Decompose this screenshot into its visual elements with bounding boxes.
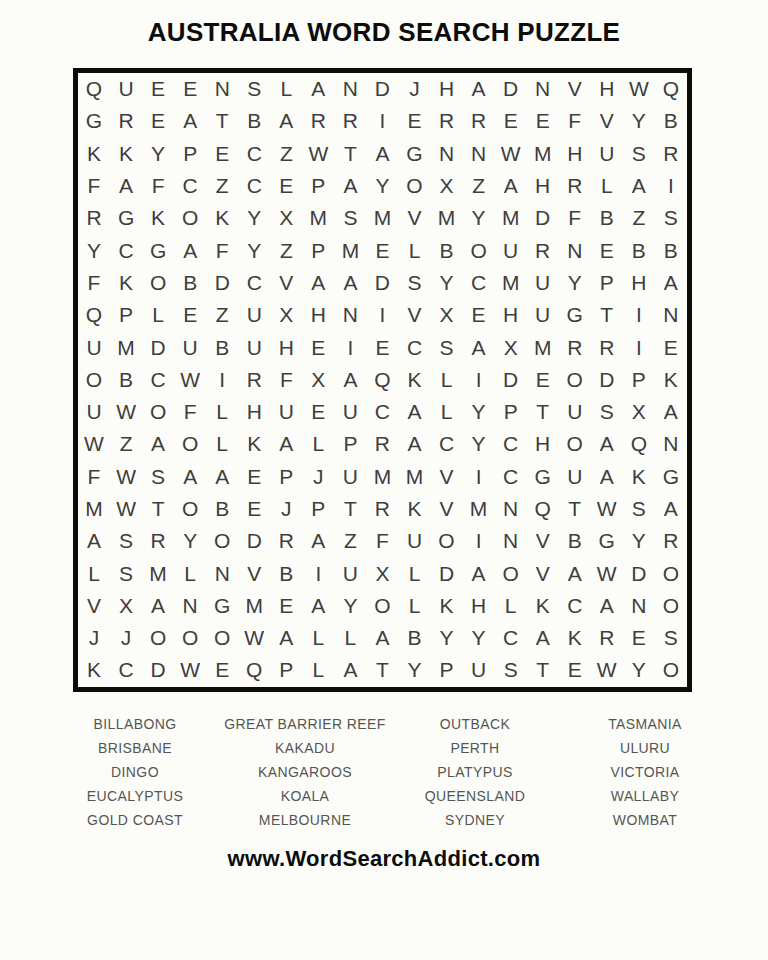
grid-cell-r7c13[interactable]: C xyxy=(463,267,495,299)
grid-cell-r14c13[interactable]: M xyxy=(463,493,495,525)
grid-cell-r5c2[interactable]: G xyxy=(110,202,142,234)
grid-cell-r14c2[interactable]: W xyxy=(110,493,142,525)
grid-cell-r3c6[interactable]: C xyxy=(238,138,270,170)
grid-cell-r15c4[interactable]: Y xyxy=(174,525,206,557)
grid-cell-r10c12[interactable]: L xyxy=(431,364,463,396)
grid-cell-r5c8[interactable]: M xyxy=(302,202,334,234)
grid-cell-r17c16[interactable]: C xyxy=(559,590,591,622)
grid-cell-r12c19[interactable]: N xyxy=(655,428,687,460)
grid-cell-r11c19[interactable]: A xyxy=(655,396,687,428)
grid-cell-r9c16[interactable]: R xyxy=(559,331,591,363)
grid-cell-r8c7[interactable]: X xyxy=(270,299,302,331)
grid-cell-r19c14[interactable]: S xyxy=(495,654,527,686)
grid-cell-r16c1[interactable]: L xyxy=(78,557,110,589)
grid-cell-r4c8[interactable]: P xyxy=(302,170,334,202)
grid-cell-r15c3[interactable]: R xyxy=(142,525,174,557)
grid-cell-r10c10[interactable]: Q xyxy=(366,364,398,396)
grid-cell-r18c4[interactable]: O xyxy=(174,622,206,654)
grid-cell-r13c2[interactable]: W xyxy=(110,461,142,493)
grid-cell-r11c7[interactable]: U xyxy=(270,396,302,428)
grid-cell-r13c15[interactable]: G xyxy=(527,461,559,493)
grid-cell-r10c14[interactable]: D xyxy=(495,364,527,396)
grid-cell-r13c10[interactable]: M xyxy=(366,461,398,493)
grid-cell-r9c5[interactable]: B xyxy=(206,331,238,363)
grid-cell-r7c9[interactable]: A xyxy=(334,267,366,299)
grid-cell-r5c4[interactable]: O xyxy=(174,202,206,234)
grid-cell-r17c1[interactable]: V xyxy=(78,590,110,622)
grid-cell-r5c1[interactable]: R xyxy=(78,202,110,234)
grid-cell-r12c17[interactable]: A xyxy=(591,428,623,460)
grid-cell-r10c13[interactable]: I xyxy=(463,364,495,396)
grid-cell-r17c8[interactable]: A xyxy=(302,590,334,622)
grid-cell-r9c11[interactable]: C xyxy=(398,331,430,363)
grid-cell-r1c10[interactable]: D xyxy=(366,73,398,105)
grid-cell-r1c1[interactable]: Q xyxy=(78,73,110,105)
grid-cell-r2c7[interactable]: A xyxy=(270,105,302,137)
grid-cell-r19c12[interactable]: P xyxy=(431,654,463,686)
grid-cell-r5c19[interactable]: S xyxy=(655,202,687,234)
grid-cell-r6c15[interactable]: R xyxy=(527,234,559,266)
grid-cell-r6c17[interactable]: E xyxy=(591,234,623,266)
grid-cell-r16c5[interactable]: N xyxy=(206,557,238,589)
grid-cell-r3c12[interactable]: N xyxy=(431,138,463,170)
grid-cell-r6c16[interactable]: N xyxy=(559,234,591,266)
grid-cell-r10c11[interactable]: K xyxy=(398,364,430,396)
grid-cell-r9c1[interactable]: U xyxy=(78,331,110,363)
grid-cell-r2c2[interactable]: R xyxy=(110,105,142,137)
grid-cell-r4c3[interactable]: F xyxy=(142,170,174,202)
grid-cell-r18c12[interactable]: Y xyxy=(431,622,463,654)
grid-cell-r19c5[interactable]: E xyxy=(206,654,238,686)
grid-cell-r18c14[interactable]: C xyxy=(495,622,527,654)
grid-cell-r5c5[interactable]: K xyxy=(206,202,238,234)
grid-cell-r19c18[interactable]: Y xyxy=(623,654,655,686)
grid-cell-r19c16[interactable]: E xyxy=(559,654,591,686)
grid-cell-r18c7[interactable]: A xyxy=(270,622,302,654)
grid-cell-r11c4[interactable]: F xyxy=(174,396,206,428)
grid-cell-r1c17[interactable]: H xyxy=(591,73,623,105)
grid-cell-r6c5[interactable]: F xyxy=(206,234,238,266)
grid-cell-r4c5[interactable]: Z xyxy=(206,170,238,202)
grid-cell-r2c17[interactable]: V xyxy=(591,105,623,137)
grid-cell-r3c8[interactable]: W xyxy=(302,138,334,170)
grid-cell-r16c10[interactable]: X xyxy=(366,557,398,589)
grid-cell-r12c11[interactable]: A xyxy=(398,428,430,460)
grid-cell-r3c10[interactable]: A xyxy=(366,138,398,170)
grid-cell-r7c17[interactable]: P xyxy=(591,267,623,299)
grid-cell-r15c15[interactable]: V xyxy=(527,525,559,557)
grid-cell-r7c11[interactable]: S xyxy=(398,267,430,299)
grid-cell-r4c11[interactable]: O xyxy=(398,170,430,202)
grid-cell-r15c16[interactable]: B xyxy=(559,525,591,557)
grid-cell-r18c16[interactable]: K xyxy=(559,622,591,654)
grid-cell-r8c19[interactable]: N xyxy=(655,299,687,331)
grid-cell-r4c15[interactable]: H xyxy=(527,170,559,202)
grid-cell-r2c3[interactable]: E xyxy=(142,105,174,137)
grid-cell-r13c6[interactable]: E xyxy=(238,461,270,493)
grid-cell-r2c11[interactable]: E xyxy=(398,105,430,137)
grid-cell-r14c11[interactable]: K xyxy=(398,493,430,525)
grid-cell-r1c19[interactable]: Q xyxy=(655,73,687,105)
grid-cell-r1c5[interactable]: N xyxy=(206,73,238,105)
grid-cell-r18c9[interactable]: L xyxy=(334,622,366,654)
grid-cell-r10c8[interactable]: X xyxy=(302,364,334,396)
grid-cell-r15c9[interactable]: Z xyxy=(334,525,366,557)
grid-cell-r11c18[interactable]: X xyxy=(623,396,655,428)
grid-cell-r16c12[interactable]: D xyxy=(431,557,463,589)
grid-cell-r19c17[interactable]: W xyxy=(591,654,623,686)
grid-cell-r8c4[interactable]: E xyxy=(174,299,206,331)
grid-cell-r14c6[interactable]: E xyxy=(238,493,270,525)
grid-cell-r6c4[interactable]: A xyxy=(174,234,206,266)
grid-cell-r14c12[interactable]: V xyxy=(431,493,463,525)
grid-cell-r7c19[interactable]: A xyxy=(655,267,687,299)
grid-cell-r9c8[interactable]: E xyxy=(302,331,334,363)
grid-cell-r8c16[interactable]: G xyxy=(559,299,591,331)
grid-cell-r4c14[interactable]: A xyxy=(495,170,527,202)
grid-cell-r18c10[interactable]: A xyxy=(366,622,398,654)
grid-cell-r16c14[interactable]: O xyxy=(495,557,527,589)
grid-cell-r17c9[interactable]: Y xyxy=(334,590,366,622)
grid-cell-r3c19[interactable]: R xyxy=(655,138,687,170)
grid-cell-r11c10[interactable]: C xyxy=(366,396,398,428)
grid-cell-r5c3[interactable]: K xyxy=(142,202,174,234)
grid-cell-r11c12[interactable]: L xyxy=(431,396,463,428)
grid-cell-r15c8[interactable]: A xyxy=(302,525,334,557)
grid-cell-r12c10[interactable]: R xyxy=(366,428,398,460)
grid-cell-r19c4[interactable]: W xyxy=(174,654,206,686)
grid-cell-r19c7[interactable]: P xyxy=(270,654,302,686)
grid-cell-r15c14[interactable]: N xyxy=(495,525,527,557)
grid-cell-r14c3[interactable]: T xyxy=(142,493,174,525)
grid-cell-r18c18[interactable]: E xyxy=(623,622,655,654)
grid-cell-r6c8[interactable]: P xyxy=(302,234,334,266)
grid-cell-r8c8[interactable]: H xyxy=(302,299,334,331)
grid-cell-r17c6[interactable]: M xyxy=(238,590,270,622)
grid-cell-r1c4[interactable]: E xyxy=(174,73,206,105)
grid-cell-r17c11[interactable]: L xyxy=(398,590,430,622)
grid-cell-r15c19[interactable]: R xyxy=(655,525,687,557)
grid-cell-r19c10[interactable]: T xyxy=(366,654,398,686)
grid-cell-r3c15[interactable]: M xyxy=(527,138,559,170)
grid-cell-r8c18[interactable]: I xyxy=(623,299,655,331)
grid-cell-r17c4[interactable]: N xyxy=(174,590,206,622)
grid-cell-r10c3[interactable]: C xyxy=(142,364,174,396)
grid-cell-r1c2[interactable]: U xyxy=(110,73,142,105)
grid-cell-r11c3[interactable]: O xyxy=(142,396,174,428)
grid-cell-r13c18[interactable]: K xyxy=(623,461,655,493)
grid-cell-r14c15[interactable]: Q xyxy=(527,493,559,525)
grid-cell-r2c8[interactable]: R xyxy=(302,105,334,137)
grid-cell-r3c4[interactable]: P xyxy=(174,138,206,170)
grid-cell-r9c19[interactable]: E xyxy=(655,331,687,363)
grid-cell-r5c16[interactable]: F xyxy=(559,202,591,234)
grid-cell-r11c9[interactable]: U xyxy=(334,396,366,428)
grid-cell-r9c15[interactable]: M xyxy=(527,331,559,363)
grid-cell-r13c16[interactable]: U xyxy=(559,461,591,493)
grid-cell-r10c16[interactable]: O xyxy=(559,364,591,396)
grid-cell-r7c2[interactable]: K xyxy=(110,267,142,299)
grid-cell-r5c9[interactable]: S xyxy=(334,202,366,234)
grid-cell-r1c18[interactable]: W xyxy=(623,73,655,105)
grid-cell-r13c12[interactable]: V xyxy=(431,461,463,493)
grid-cell-r16c7[interactable]: B xyxy=(270,557,302,589)
grid-cell-r17c18[interactable]: N xyxy=(623,590,655,622)
grid-cell-r1c15[interactable]: N xyxy=(527,73,559,105)
grid-cell-r14c9[interactable]: T xyxy=(334,493,366,525)
grid-cell-r6c3[interactable]: G xyxy=(142,234,174,266)
grid-cell-r17c7[interactable]: E xyxy=(270,590,302,622)
grid-cell-r12c15[interactable]: H xyxy=(527,428,559,460)
grid-cell-r2c19[interactable]: B xyxy=(655,105,687,137)
grid-cell-r6c6[interactable]: Y xyxy=(238,234,270,266)
grid-cell-r17c19[interactable]: O xyxy=(655,590,687,622)
grid-cell-r15c6[interactable]: D xyxy=(238,525,270,557)
grid-cell-r12c12[interactable]: C xyxy=(431,428,463,460)
grid-cell-r9c2[interactable]: M xyxy=(110,331,142,363)
grid-cell-r1c7[interactable]: L xyxy=(270,73,302,105)
grid-cell-r10c17[interactable]: D xyxy=(591,364,623,396)
grid-cell-r1c12[interactable]: H xyxy=(431,73,463,105)
grid-cell-r14c5[interactable]: B xyxy=(206,493,238,525)
grid-cell-r3c18[interactable]: S xyxy=(623,138,655,170)
grid-cell-r12c16[interactable]: O xyxy=(559,428,591,460)
grid-cell-r16c2[interactable]: S xyxy=(110,557,142,589)
grid-cell-r8c1[interactable]: Q xyxy=(78,299,110,331)
grid-cell-r18c8[interactable]: L xyxy=(302,622,334,654)
grid-cell-r2c13[interactable]: R xyxy=(463,105,495,137)
grid-cell-r17c12[interactable]: K xyxy=(431,590,463,622)
grid-cell-r12c2[interactable]: Z xyxy=(110,428,142,460)
grid-cell-r19c9[interactable]: A xyxy=(334,654,366,686)
grid-cell-r4c16[interactable]: R xyxy=(559,170,591,202)
grid-cell-r4c6[interactable]: C xyxy=(238,170,270,202)
grid-cell-r3c1[interactable]: K xyxy=(78,138,110,170)
grid-cell-r15c13[interactable]: I xyxy=(463,525,495,557)
grid-cell-r6c12[interactable]: B xyxy=(431,234,463,266)
grid-cell-r4c1[interactable]: F xyxy=(78,170,110,202)
grid-cell-r16c19[interactable]: O xyxy=(655,557,687,589)
grid-cell-r19c1[interactable]: K xyxy=(78,654,110,686)
grid-cell-r1c13[interactable]: A xyxy=(463,73,495,105)
grid-cell-r8c15[interactable]: U xyxy=(527,299,559,331)
grid-cell-r5c13[interactable]: Y xyxy=(463,202,495,234)
grid-cell-r9c9[interactable]: I xyxy=(334,331,366,363)
grid-cell-r1c16[interactable]: V xyxy=(559,73,591,105)
grid-cell-r7c5[interactable]: D xyxy=(206,267,238,299)
grid-cell-r8c9[interactable]: N xyxy=(334,299,366,331)
grid-cell-r11c11[interactable]: A xyxy=(398,396,430,428)
grid-cell-r4c17[interactable]: L xyxy=(591,170,623,202)
grid-cell-r4c10[interactable]: Y xyxy=(366,170,398,202)
grid-cell-r14c4[interactable]: O xyxy=(174,493,206,525)
grid-cell-r2c14[interactable]: E xyxy=(495,105,527,137)
grid-cell-r9c14[interactable]: X xyxy=(495,331,527,363)
grid-cell-r4c18[interactable]: A xyxy=(623,170,655,202)
grid-cell-r11c17[interactable]: S xyxy=(591,396,623,428)
grid-cell-r3c17[interactable]: U xyxy=(591,138,623,170)
grid-cell-r11c6[interactable]: H xyxy=(238,396,270,428)
grid-cell-r7c6[interactable]: C xyxy=(238,267,270,299)
grid-cell-r11c15[interactable]: T xyxy=(527,396,559,428)
grid-cell-r14c18[interactable]: S xyxy=(623,493,655,525)
grid-cell-r19c19[interactable]: O xyxy=(655,654,687,686)
grid-cell-r6c18[interactable]: B xyxy=(623,234,655,266)
grid-cell-r18c6[interactable]: W xyxy=(238,622,270,654)
grid-cell-r18c11[interactable]: B xyxy=(398,622,430,654)
grid-cell-r12c6[interactable]: K xyxy=(238,428,270,460)
grid-cell-r13c8[interactable]: J xyxy=(302,461,334,493)
grid-cell-r19c13[interactable]: U xyxy=(463,654,495,686)
grid-cell-r18c13[interactable]: Y xyxy=(463,622,495,654)
grid-cell-r2c6[interactable]: B xyxy=(238,105,270,137)
grid-cell-r12c5[interactable]: L xyxy=(206,428,238,460)
grid-cell-r10c1[interactable]: O xyxy=(78,364,110,396)
grid-cell-r13c4[interactable]: A xyxy=(174,461,206,493)
grid-cell-r4c4[interactable]: C xyxy=(174,170,206,202)
grid-cell-r14c14[interactable]: N xyxy=(495,493,527,525)
grid-cell-r5c12[interactable]: M xyxy=(431,202,463,234)
grid-cell-r8c12[interactable]: X xyxy=(431,299,463,331)
grid-cell-r2c18[interactable]: Y xyxy=(623,105,655,137)
grid-cell-r3c16[interactable]: H xyxy=(559,138,591,170)
grid-cell-r7c10[interactable]: D xyxy=(366,267,398,299)
grid-cell-r18c5[interactable]: O xyxy=(206,622,238,654)
grid-cell-r14c1[interactable]: M xyxy=(78,493,110,525)
grid-cell-r1c3[interactable]: E xyxy=(142,73,174,105)
grid-cell-r16c9[interactable]: U xyxy=(334,557,366,589)
grid-cell-r13c9[interactable]: U xyxy=(334,461,366,493)
grid-cell-r5c7[interactable]: X xyxy=(270,202,302,234)
grid-cell-r15c7[interactable]: R xyxy=(270,525,302,557)
grid-cell-r12c3[interactable]: A xyxy=(142,428,174,460)
grid-cell-r13c14[interactable]: C xyxy=(495,461,527,493)
grid-cell-r16c18[interactable]: D xyxy=(623,557,655,589)
grid-cell-r4c7[interactable]: E xyxy=(270,170,302,202)
grid-cell-r12c4[interactable]: O xyxy=(174,428,206,460)
grid-cell-r3c3[interactable]: Y xyxy=(142,138,174,170)
grid-cell-r1c6[interactable]: S xyxy=(238,73,270,105)
grid-cell-r5c6[interactable]: Y xyxy=(238,202,270,234)
grid-cell-r16c3[interactable]: M xyxy=(142,557,174,589)
grid-cell-r17c2[interactable]: X xyxy=(110,590,142,622)
grid-cell-r17c10[interactable]: O xyxy=(366,590,398,622)
grid-cell-r11c16[interactable]: U xyxy=(559,396,591,428)
grid-cell-r17c17[interactable]: A xyxy=(591,590,623,622)
grid-cell-r16c17[interactable]: W xyxy=(591,557,623,589)
grid-cell-r18c15[interactable]: A xyxy=(527,622,559,654)
grid-cell-r15c5[interactable]: O xyxy=(206,525,238,557)
grid-cell-r4c9[interactable]: A xyxy=(334,170,366,202)
grid-cell-r11c14[interactable]: P xyxy=(495,396,527,428)
grid-cell-r10c19[interactable]: K xyxy=(655,364,687,396)
grid-cell-r15c10[interactable]: F xyxy=(366,525,398,557)
grid-cell-r10c6[interactable]: R xyxy=(238,364,270,396)
grid-cell-r9c3[interactable]: D xyxy=(142,331,174,363)
grid-cell-r9c10[interactable]: E xyxy=(366,331,398,363)
grid-cell-r5c10[interactable]: M xyxy=(366,202,398,234)
grid-cell-r9c13[interactable]: A xyxy=(463,331,495,363)
grid-cell-r19c2[interactable]: C xyxy=(110,654,142,686)
grid-cell-r7c14[interactable]: M xyxy=(495,267,527,299)
grid-cell-r14c17[interactable]: W xyxy=(591,493,623,525)
grid-cell-r9c18[interactable]: I xyxy=(623,331,655,363)
grid-cell-r8c10[interactable]: I xyxy=(366,299,398,331)
grid-cell-r1c14[interactable]: D xyxy=(495,73,527,105)
grid-cell-r13c3[interactable]: S xyxy=(142,461,174,493)
grid-cell-r2c15[interactable]: E xyxy=(527,105,559,137)
grid-cell-r2c12[interactable]: R xyxy=(431,105,463,137)
grid-cell-r4c19[interactable]: I xyxy=(655,170,687,202)
grid-cell-r17c13[interactable]: H xyxy=(463,590,495,622)
grid-cell-r18c3[interactable]: O xyxy=(142,622,174,654)
grid-cell-r16c16[interactable]: A xyxy=(559,557,591,589)
grid-cell-r3c2[interactable]: K xyxy=(110,138,142,170)
grid-cell-r6c11[interactable]: L xyxy=(398,234,430,266)
grid-cell-r8c6[interactable]: U xyxy=(238,299,270,331)
grid-cell-r7c12[interactable]: Y xyxy=(431,267,463,299)
grid-cell-r12c18[interactable]: Q xyxy=(623,428,655,460)
grid-cell-r6c14[interactable]: U xyxy=(495,234,527,266)
grid-cell-r6c7[interactable]: Z xyxy=(270,234,302,266)
grid-cell-r7c4[interactable]: B xyxy=(174,267,206,299)
grid-cell-r16c13[interactable]: A xyxy=(463,557,495,589)
grid-cell-r10c18[interactable]: P xyxy=(623,364,655,396)
grid-cell-r8c2[interactable]: P xyxy=(110,299,142,331)
grid-cell-r13c5[interactable]: A xyxy=(206,461,238,493)
grid-cell-r8c5[interactable]: Z xyxy=(206,299,238,331)
grid-cell-r16c4[interactable]: L xyxy=(174,557,206,589)
grid-cell-r1c8[interactable]: A xyxy=(302,73,334,105)
grid-cell-r16c6[interactable]: V xyxy=(238,557,270,589)
grid-cell-r16c11[interactable]: L xyxy=(398,557,430,589)
grid-cell-r14c16[interactable]: T xyxy=(559,493,591,525)
grid-cell-r7c3[interactable]: O xyxy=(142,267,174,299)
grid-cell-r13c13[interactable]: I xyxy=(463,461,495,493)
grid-cell-r15c18[interactable]: Y xyxy=(623,525,655,557)
grid-cell-r12c8[interactable]: L xyxy=(302,428,334,460)
grid-cell-r17c15[interactable]: K xyxy=(527,590,559,622)
grid-cell-r19c6[interactable]: Q xyxy=(238,654,270,686)
grid-cell-r7c18[interactable]: H xyxy=(623,267,655,299)
grid-cell-r1c11[interactable]: J xyxy=(398,73,430,105)
grid-cell-r2c5[interactable]: T xyxy=(206,105,238,137)
grid-cell-r18c1[interactable]: J xyxy=(78,622,110,654)
grid-cell-r10c2[interactable]: B xyxy=(110,364,142,396)
grid-cell-r16c15[interactable]: V xyxy=(527,557,559,589)
grid-cell-r10c15[interactable]: E xyxy=(527,364,559,396)
grid-cell-r14c19[interactable]: A xyxy=(655,493,687,525)
grid-cell-r12c1[interactable]: W xyxy=(78,428,110,460)
grid-cell-r9c6[interactable]: U xyxy=(238,331,270,363)
grid-cell-r11c8[interactable]: E xyxy=(302,396,334,428)
grid-cell-r8c13[interactable]: E xyxy=(463,299,495,331)
grid-cell-r6c13[interactable]: O xyxy=(463,234,495,266)
grid-cell-r15c11[interactable]: U xyxy=(398,525,430,557)
grid-cell-r10c5[interactable]: I xyxy=(206,364,238,396)
grid-cell-r18c19[interactable]: S xyxy=(655,622,687,654)
grid-cell-r8c11[interactable]: V xyxy=(398,299,430,331)
grid-cell-r7c15[interactable]: U xyxy=(527,267,559,299)
grid-cell-r7c16[interactable]: Y xyxy=(559,267,591,299)
grid-cell-r4c2[interactable]: A xyxy=(110,170,142,202)
grid-cell-r8c17[interactable]: T xyxy=(591,299,623,331)
grid-cell-r5c18[interactable]: Z xyxy=(623,202,655,234)
grid-cell-r2c9[interactable]: R xyxy=(334,105,366,137)
grid-cell-r1c9[interactable]: N xyxy=(334,73,366,105)
grid-cell-r9c4[interactable]: U xyxy=(174,331,206,363)
grid-cell-r6c9[interactable]: M xyxy=(334,234,366,266)
